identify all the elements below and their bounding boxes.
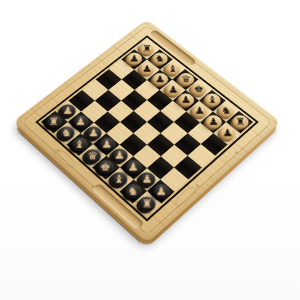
board-square[interactable] [160,122,187,144]
wood-grain-fleck [235,151,238,154]
board-square[interactable]: ♟ [93,133,120,156]
engraved-mark [172,185,199,209]
board-square[interactable]: ♟ [106,144,133,167]
piece-black-pawn[interactable]: ♟ [135,169,159,189]
board-square[interactable] [174,156,201,180]
board-square[interactable] [147,156,174,180]
piece-symbol: ♟ [72,115,89,128]
finger-slot-bottom [92,182,145,230]
wood-grain-fleck [92,185,95,188]
piece-black-pawn[interactable]: ♟ [122,158,145,178]
board-square[interactable]: ♟ [80,122,107,144]
board-face: ♜♞♝♛♚♝♞♜♟♟♟♟♟♟♟♟♟♟♟♟♟♟♟♟♜♞♝♛♚♝♞♜ [13,19,282,243]
board-square[interactable] [107,122,134,144]
piece-black-pawn[interactable]: ♟ [82,124,105,143]
piece-black-rook[interactable]: ♜ [135,193,159,214]
board-square[interactable]: ♝ [66,133,93,156]
chess-board: ♜♞♝♛♚♝♞♜♟♟♟♟♟♟♟♟♟♟♟♟♟♟♟♟♜♞♝♛♚♝♞♜ [13,19,282,243]
piece-black-knight[interactable]: ♞ [121,181,145,202]
piece-symbol: ♜ [138,196,155,211]
piece-symbol: ♟ [153,184,170,199]
piece-symbol: ♟ [219,126,236,139]
piece-symbol: ♚ [97,160,114,174]
board-square[interactable] [161,167,189,191]
piece-black-bishop[interactable]: ♝ [108,169,132,189]
board-square[interactable]: ♚ [92,156,119,180]
board-square[interactable] [174,133,201,156]
piece-symbol: ♝ [71,137,88,151]
piece-symbol: ♟ [205,115,222,128]
piece-symbol: ♟ [139,172,156,186]
board-square[interactable] [133,144,160,167]
wood-grain-fleck [56,150,60,153]
checkerboard-frame: ♜♞♝♛♚♝♞♜♟♟♟♟♟♟♟♟♟♟♟♟♟♟♟♟♜♞♝♛♚♝♞♜ [35,35,258,221]
piece-white-pawn[interactable]: ♟ [216,124,239,143]
board-square[interactable]: ♜ [133,191,161,216]
piece-black-pawn[interactable]: ♟ [108,146,131,166]
piece-black-knight[interactable]: ♞ [55,124,78,143]
board-square[interactable]: ♟ [147,179,175,203]
board-square[interactable] [201,133,228,156]
board-square[interactable]: ♟ [133,167,161,191]
board-square[interactable]: ♟ [214,122,241,144]
piece-black-pawn[interactable]: ♟ [95,135,118,154]
board-square[interactable] [147,133,174,156]
piece-symbol: ♝ [111,172,128,186]
piece-white-rook[interactable]: ♜ [228,113,251,132]
product-photo-stage: ♜♞♝♛♚♝♞♜♟♟♟♟♟♟♟♟♟♟♟♟♟♟♟♟♜♞♝♛♚♝♞♜ [0,0,300,300]
piece-symbol: ♞ [58,126,75,139]
piece-black-queen[interactable]: ♛ [81,146,104,166]
piece-symbol: ♟ [111,148,128,162]
board-square[interactable] [161,144,188,167]
piece-black-bishop[interactable]: ♝ [68,135,91,154]
piece-symbol: ♜ [231,115,248,128]
board-square[interactable]: ♟ [120,156,147,180]
board-square[interactable]: ♞ [119,179,147,203]
piece-black-king[interactable]: ♚ [94,158,117,178]
piece-black-pawn[interactable]: ♟ [149,181,173,202]
board-square[interactable]: ♝ [106,167,134,191]
board-square[interactable] [120,133,147,156]
piece-black-pawn[interactable]: ♟ [69,113,92,132]
board-square[interactable]: ♞ [53,122,80,144]
piece-symbol: ♟ [98,137,115,151]
checkerboard: ♜♞♝♛♚♝♞♜♟♟♟♟♟♟♟♟♟♟♟♟♟♟♟♟♜♞♝♛♚♝♞♜ [41,40,253,217]
wood-grain-fleck [195,184,199,188]
engraved-mark [51,147,78,170]
piece-symbol: ♞ [125,184,142,199]
board-square[interactable] [134,122,161,144]
piece-symbol: ♟ [85,126,102,139]
piece-symbol: ♛ [84,148,101,162]
board-square[interactable]: ♛ [79,144,106,167]
piece-symbol: ♜ [46,115,63,128]
board-square[interactable] [188,144,215,167]
piece-symbol: ♟ [125,160,142,174]
board-square[interactable] [187,122,214,144]
